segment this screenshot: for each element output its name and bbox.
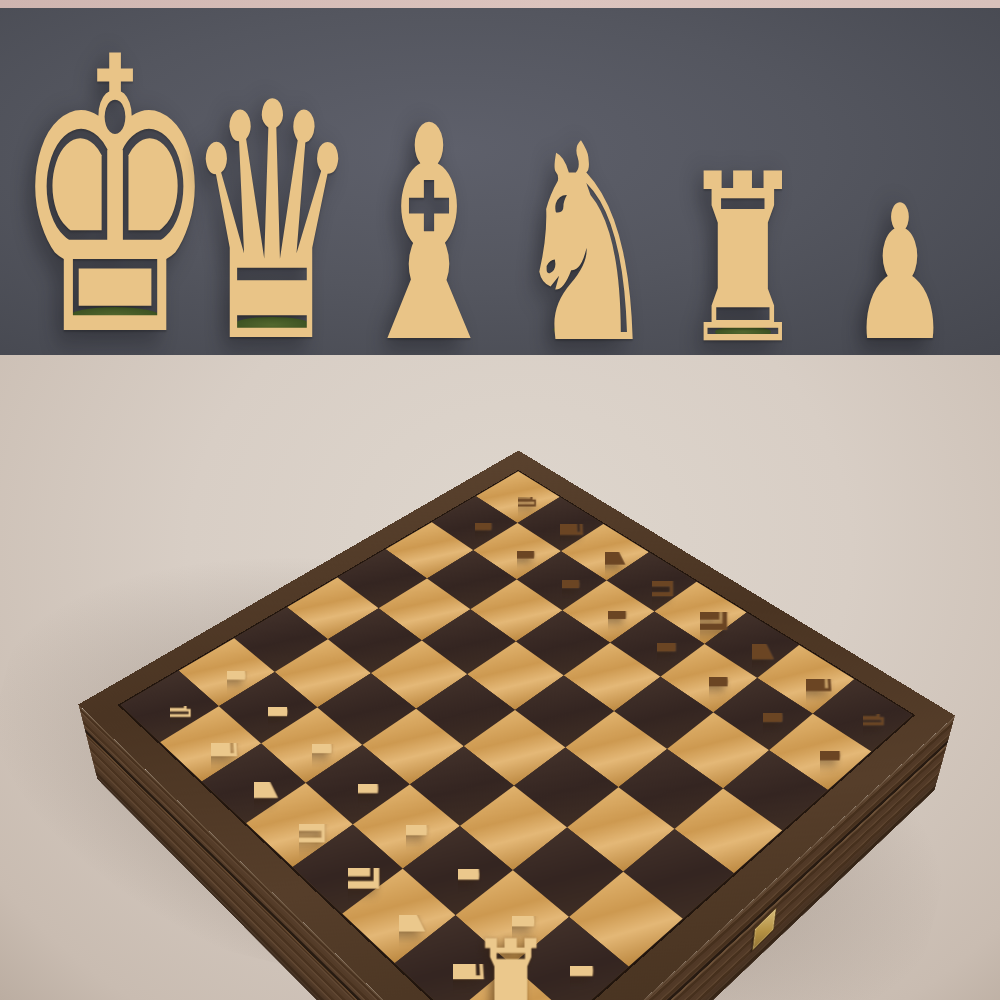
green-felt-base	[233, 317, 311, 333]
piece-lineup-photo: ♚♛♝♞♜♟	[0, 0, 1000, 355]
brass-latch	[752, 907, 777, 951]
case-lid-top: ♜♞♝♛♚♝♞♜♟♟♟♟♟♟♟♟♟♟♟♟♟♟♟♟♜♞♝♛♚♝♞♜	[78, 451, 955, 1000]
chess-case-photo: ♜♞♝♛♚♝♞♜♟♟♟♟♟♟♟♟♟♟♟♟♟♟♟♟♜♞♝♛♚♝♞♜	[0, 355, 1000, 1000]
green-felt-base	[878, 327, 923, 336]
lineup-knight: ♞	[513, 109, 659, 355]
scene: ♜♞♝♛♚♝♞♜♟♟♟♟♟♟♟♟♟♟♟♟♟♟♟♟♜♞♝♛♚♝♞♜	[0, 355, 1000, 1000]
lineup-pawn: ♟	[850, 181, 950, 355]
rook-glyph: ♜	[432, 923, 590, 1000]
green-felt-base	[553, 323, 618, 337]
chess-case: ♜♞♝♛♚♝♞♜♟♟♟♟♟♟♟♟♟♟♟♟♟♟♟♟♜♞♝♛♚♝♞♜	[78, 451, 955, 1000]
green-felt-base	[393, 320, 464, 335]
lineup-bishop: ♝	[349, 88, 508, 355]
chess-set-product-photo: ♚♛♝♞♜♟ ♜♞♝♛♚♝♞♜♟♟♟♟♟♟♟♟♟♟♟♟♟♟♟♟♜♞♝♛♚♝♞♜	[0, 0, 1000, 1000]
green-felt-base	[69, 307, 160, 326]
lineup-queen: ♛	[184, 60, 360, 355]
square-h6[interactable]	[723, 750, 828, 830]
green-felt-base	[715, 326, 771, 338]
lineup-rook: ♜	[681, 144, 806, 355]
